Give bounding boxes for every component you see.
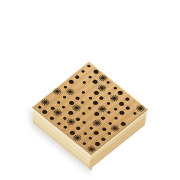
hole-dot (41, 109, 48, 115)
hole-dot (80, 100, 86, 105)
hole-dot (80, 90, 86, 95)
hole-dot (120, 121, 127, 127)
hole-dot (106, 110, 112, 115)
hole-dot (106, 101, 112, 106)
hole-dot (105, 80, 111, 85)
hole-dot (106, 131, 112, 136)
hole-dot (113, 116, 118, 120)
hole-dot (80, 69, 86, 74)
hole-dot (125, 105, 131, 110)
hole-dot (132, 111, 138, 116)
hole-dot (61, 105, 66, 109)
hole-dot (82, 141, 88, 146)
hole-dot (87, 106, 92, 110)
hole-dot (93, 130, 100, 136)
hole-dot (63, 125, 68, 129)
hole-dot (100, 136, 106, 141)
hole-dot (118, 110, 125, 116)
hole-dot (88, 136, 93, 140)
product-photo (0, 0, 180, 180)
hole-dot (81, 120, 87, 125)
hole-dot (86, 64, 91, 68)
hole-dot (62, 95, 67, 99)
